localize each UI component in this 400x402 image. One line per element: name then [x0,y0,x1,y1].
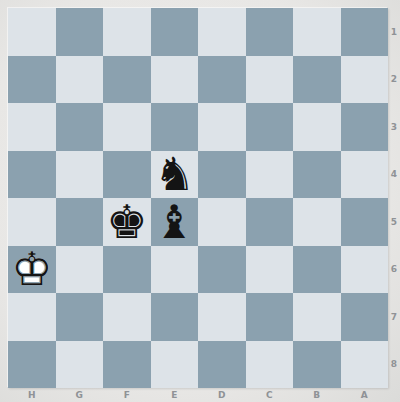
square-h5[interactable] [8,198,56,246]
file-label-h: H [8,388,56,402]
square-d5[interactable] [198,198,246,246]
white-king-outline-glyph: ♔ [8,246,56,294]
square-h1[interactable] [8,8,56,56]
black-king[interactable]: ♚ [103,198,151,246]
file-label-a: A [341,388,389,402]
square-h8[interactable] [8,341,56,389]
black-bishop[interactable]: ♝ [151,198,199,246]
black-knight[interactable]: ♞ [151,151,199,199]
square-d1[interactable] [198,8,246,56]
square-b4[interactable] [293,151,341,199]
square-d7[interactable] [198,293,246,341]
square-b3[interactable] [293,103,341,151]
square-b7[interactable] [293,293,341,341]
square-b5[interactable] [293,198,341,246]
square-b6[interactable] [293,246,341,294]
square-e7[interactable] [151,293,199,341]
square-c5[interactable] [246,198,294,246]
square-e1[interactable] [151,8,199,56]
square-g2[interactable] [56,56,104,104]
square-b2[interactable] [293,56,341,104]
square-b1[interactable] [293,8,341,56]
rank-label-1: 1 [388,8,400,56]
square-e2[interactable] [151,56,199,104]
square-a1[interactable] [341,8,389,56]
square-h7[interactable] [8,293,56,341]
square-e4[interactable]: ♞ [151,151,199,199]
square-c7[interactable] [246,293,294,341]
square-c8[interactable] [246,341,294,389]
white-king[interactable]: ♚♔ [8,246,56,294]
file-label-d: D [198,388,246,402]
square-h6[interactable]: ♚♔ [8,246,56,294]
square-c4[interactable] [246,151,294,199]
file-label-b: B [293,388,341,402]
square-a6[interactable] [341,246,389,294]
square-f1[interactable] [103,8,151,56]
square-h3[interactable] [8,103,56,151]
square-g3[interactable] [56,103,104,151]
square-g6[interactable] [56,246,104,294]
rank-label-2: 2 [388,56,400,104]
square-d3[interactable] [198,103,246,151]
square-f4[interactable] [103,151,151,199]
rank-label-7: 7 [388,293,400,341]
square-g1[interactable] [56,8,104,56]
square-f5[interactable]: ♚ [103,198,151,246]
square-e3[interactable] [151,103,199,151]
rank-label-6: 6 [388,246,400,294]
square-e8[interactable] [151,341,199,389]
square-d2[interactable] [198,56,246,104]
rank-label-8: 8 [388,341,400,389]
square-g7[interactable] [56,293,104,341]
square-f7[interactable] [103,293,151,341]
file-label-e: E [151,388,199,402]
rank-labels: 12345678 [388,8,400,388]
square-a2[interactable] [341,56,389,104]
square-a7[interactable] [341,293,389,341]
square-c2[interactable] [246,56,294,104]
square-g5[interactable] [56,198,104,246]
square-d6[interactable] [198,246,246,294]
square-d8[interactable] [198,341,246,389]
rank-label-3: 3 [388,103,400,151]
square-h4[interactable] [8,151,56,199]
file-label-g: G [56,388,104,402]
square-a5[interactable] [341,198,389,246]
square-f8[interactable] [103,341,151,389]
chess-board-stage: ♞♚♝♚♔ 12345678 HGFEDCBA [0,0,400,402]
square-f3[interactable] [103,103,151,151]
square-f6[interactable] [103,246,151,294]
chess-board: ♞♚♝♚♔ [8,8,388,388]
square-e5[interactable]: ♝ [151,198,199,246]
square-c3[interactable] [246,103,294,151]
square-b8[interactable] [293,341,341,389]
square-a3[interactable] [341,103,389,151]
square-d4[interactable] [198,151,246,199]
square-c6[interactable] [246,246,294,294]
square-a4[interactable] [341,151,389,199]
square-c1[interactable] [246,8,294,56]
square-h2[interactable] [8,56,56,104]
rank-label-5: 5 [388,198,400,246]
file-label-c: C [246,388,294,402]
file-label-f: F [103,388,151,402]
square-e6[interactable] [151,246,199,294]
file-labels: HGFEDCBA [8,388,388,402]
square-g4[interactable] [56,151,104,199]
square-f2[interactable] [103,56,151,104]
square-g8[interactable] [56,341,104,389]
rank-label-4: 4 [388,151,400,199]
square-a8[interactable] [341,341,389,389]
